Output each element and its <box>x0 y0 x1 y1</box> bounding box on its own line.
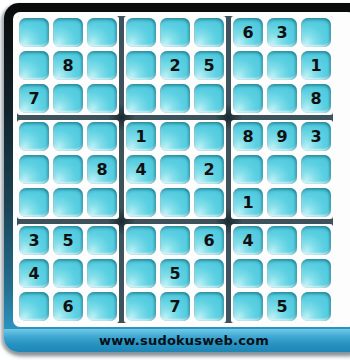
given-digit: 8 <box>310 91 321 107</box>
cell-r7c9[interactable] <box>301 226 331 255</box>
page: 8725631881428931354665745 www.sudokusweb… <box>0 0 350 360</box>
cell-r9c6[interactable] <box>194 292 224 321</box>
block-2-1: 8 <box>17 120 119 219</box>
given-digit: 5 <box>276 299 287 315</box>
given-digit: 7 <box>169 299 180 315</box>
cell-r4c4[interactable]: 1 <box>126 122 156 151</box>
cell-r9c9[interactable] <box>301 292 331 321</box>
cell-r1c8[interactable]: 3 <box>267 18 297 47</box>
cell-r8c6[interactable] <box>194 259 224 288</box>
cell-r3c2[interactable] <box>53 84 83 113</box>
cell-r4c9[interactable]: 3 <box>301 122 331 151</box>
cell-r4c5[interactable] <box>160 122 190 151</box>
cell-r3c7[interactable] <box>233 84 263 113</box>
cell-r6c5[interactable] <box>160 188 190 217</box>
given-digit: 6 <box>203 233 214 249</box>
cell-r5c7[interactable] <box>233 155 263 184</box>
cell-r6c7[interactable]: 1 <box>233 188 263 217</box>
cell-r3c4[interactable] <box>126 84 156 113</box>
cell-r7c2[interactable]: 5 <box>53 226 83 255</box>
cell-r9c4[interactable] <box>126 292 156 321</box>
block-1-1: 87 <box>17 16 119 115</box>
cell-r4c3[interactable] <box>87 122 117 151</box>
given-digit: 4 <box>242 233 253 249</box>
cell-r1c9[interactable] <box>301 18 331 47</box>
cell-r3c9[interactable]: 8 <box>301 84 331 113</box>
cell-r7c3[interactable] <box>87 226 117 255</box>
given-digit: 6 <box>242 25 253 41</box>
cell-r5c8[interactable] <box>267 155 297 184</box>
cell-r5c4[interactable]: 4 <box>126 155 156 184</box>
cell-r8c4[interactable] <box>126 259 156 288</box>
given-digit: 3 <box>310 129 321 145</box>
cell-r1c4[interactable] <box>126 18 156 47</box>
cell-r2c1[interactable] <box>19 51 49 80</box>
given-digit: 1 <box>242 195 253 211</box>
cell-r6c1[interactable] <box>19 188 49 217</box>
given-digit: 5 <box>62 233 73 249</box>
cell-r9c5[interactable]: 7 <box>160 292 190 321</box>
cell-r3c6[interactable] <box>194 84 224 113</box>
cell-r6c8[interactable] <box>267 188 297 217</box>
cell-r1c1[interactable] <box>19 18 49 47</box>
cell-r6c9[interactable] <box>301 188 331 217</box>
cell-r6c2[interactable] <box>53 188 83 217</box>
cell-r2c3[interactable] <box>87 51 117 80</box>
cell-r7c4[interactable] <box>126 226 156 255</box>
cell-r2c5[interactable]: 2 <box>160 51 190 80</box>
given-digit: 4 <box>28 266 39 282</box>
footer-bar: www.sudokusweb.com <box>4 329 350 352</box>
block-3-3: 45 <box>231 224 333 323</box>
given-digit: 3 <box>276 25 287 41</box>
cell-r4c8[interactable]: 9 <box>267 122 297 151</box>
cell-r9c3[interactable] <box>87 292 117 321</box>
given-digit: 5 <box>203 58 214 74</box>
block-2-3: 8931 <box>231 120 333 219</box>
given-digit: 8 <box>96 162 107 178</box>
cell-r2c6[interactable]: 5 <box>194 51 224 80</box>
cell-r5c6[interactable]: 2 <box>194 155 224 184</box>
block-2-2: 142 <box>124 120 226 219</box>
cell-r5c5[interactable] <box>160 155 190 184</box>
sudoku-board: 8725631881428931354665745 www.sudokusweb… <box>4 3 350 352</box>
block-3-1: 3546 <box>17 224 119 323</box>
cell-r9c8[interactable]: 5 <box>267 292 297 321</box>
given-digit: 2 <box>169 58 180 74</box>
cell-r5c1[interactable] <box>19 155 49 184</box>
given-digit: 4 <box>135 162 146 178</box>
cell-r1c3[interactable] <box>87 18 117 47</box>
cell-r8c7[interactable] <box>233 259 263 288</box>
cell-r5c3[interactable]: 8 <box>87 155 117 184</box>
cell-r6c3[interactable] <box>87 188 117 217</box>
cell-r2c8[interactable] <box>267 51 297 80</box>
cell-r1c2[interactable] <box>53 18 83 47</box>
given-digit: 7 <box>28 91 39 107</box>
cell-r8c9[interactable] <box>301 259 331 288</box>
cell-r3c3[interactable] <box>87 84 117 113</box>
cell-r1c6[interactable] <box>194 18 224 47</box>
cell-r4c2[interactable] <box>53 122 83 151</box>
cell-r8c1[interactable]: 4 <box>19 259 49 288</box>
block-3-2: 657 <box>124 224 226 323</box>
cell-r7c8[interactable] <box>267 226 297 255</box>
sudoku-grid: 8725631881428931354665745 <box>17 16 333 323</box>
cell-r8c8[interactable] <box>267 259 297 288</box>
cell-r2c4[interactable] <box>126 51 156 80</box>
given-digit: 2 <box>203 162 214 178</box>
given-digit: 1 <box>310 58 321 74</box>
cell-r9c2[interactable]: 6 <box>53 292 83 321</box>
block-1-3: 6318 <box>231 16 333 115</box>
cell-r4c1[interactable] <box>19 122 49 151</box>
cell-r3c5[interactable] <box>160 84 190 113</box>
given-digit: 5 <box>169 266 180 282</box>
cell-r5c2[interactable] <box>53 155 83 184</box>
given-digit: 1 <box>135 129 146 145</box>
cell-r3c8[interactable] <box>267 84 297 113</box>
given-digit: 6 <box>62 299 73 315</box>
cell-r3c1[interactable]: 7 <box>19 84 49 113</box>
cell-r1c5[interactable] <box>160 18 190 47</box>
given-digit: 9 <box>276 129 287 145</box>
sudoku-grid-panel: 8725631881428931354665745 <box>13 12 350 327</box>
cell-r7c1[interactable]: 3 <box>19 226 49 255</box>
cell-r6c4[interactable] <box>126 188 156 217</box>
given-digit: 8 <box>62 58 73 74</box>
cell-r7c7[interactable]: 4 <box>233 226 263 255</box>
cell-r4c7[interactable]: 8 <box>233 122 263 151</box>
site-url[interactable]: www.sudokusweb.com <box>99 333 269 348</box>
cell-r7c5[interactable] <box>160 226 190 255</box>
given-digit: 3 <box>28 233 39 249</box>
cell-r2c9[interactable]: 1 <box>301 51 331 80</box>
cell-r9c1[interactable] <box>19 292 49 321</box>
cell-r7c6[interactable]: 6 <box>194 226 224 255</box>
cell-r9c7[interactable] <box>233 292 263 321</box>
cell-r4c6[interactable] <box>194 122 224 151</box>
block-1-2: 25 <box>124 16 226 115</box>
given-digit: 8 <box>242 129 253 145</box>
cell-r2c7[interactable] <box>233 51 263 80</box>
cell-r2c2[interactable]: 8 <box>53 51 83 80</box>
cell-r5c9[interactable] <box>301 155 331 184</box>
cell-r6c6[interactable] <box>194 188 224 217</box>
cell-r8c5[interactable]: 5 <box>160 259 190 288</box>
cell-r8c2[interactable] <box>53 259 83 288</box>
cell-r8c3[interactable] <box>87 259 117 288</box>
cell-r1c7[interactable]: 6 <box>233 18 263 47</box>
